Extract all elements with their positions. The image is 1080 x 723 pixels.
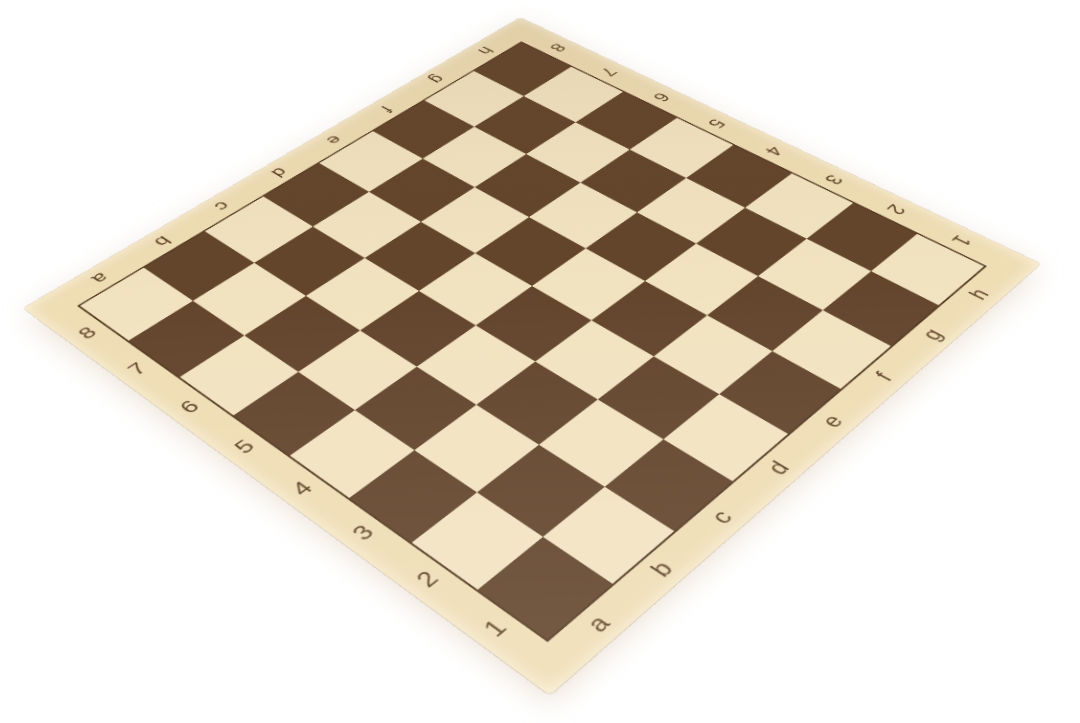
chess-board: abcdefgh abcdefgh 12345678 12345678 xyxy=(23,18,1040,696)
product-photo-scene: abcdefgh abcdefgh 12345678 12345678 xyxy=(0,0,1080,723)
board-grid xyxy=(80,43,984,640)
board-perspective-wrapper: abcdefgh abcdefgh 12345678 12345678 xyxy=(0,0,1080,723)
